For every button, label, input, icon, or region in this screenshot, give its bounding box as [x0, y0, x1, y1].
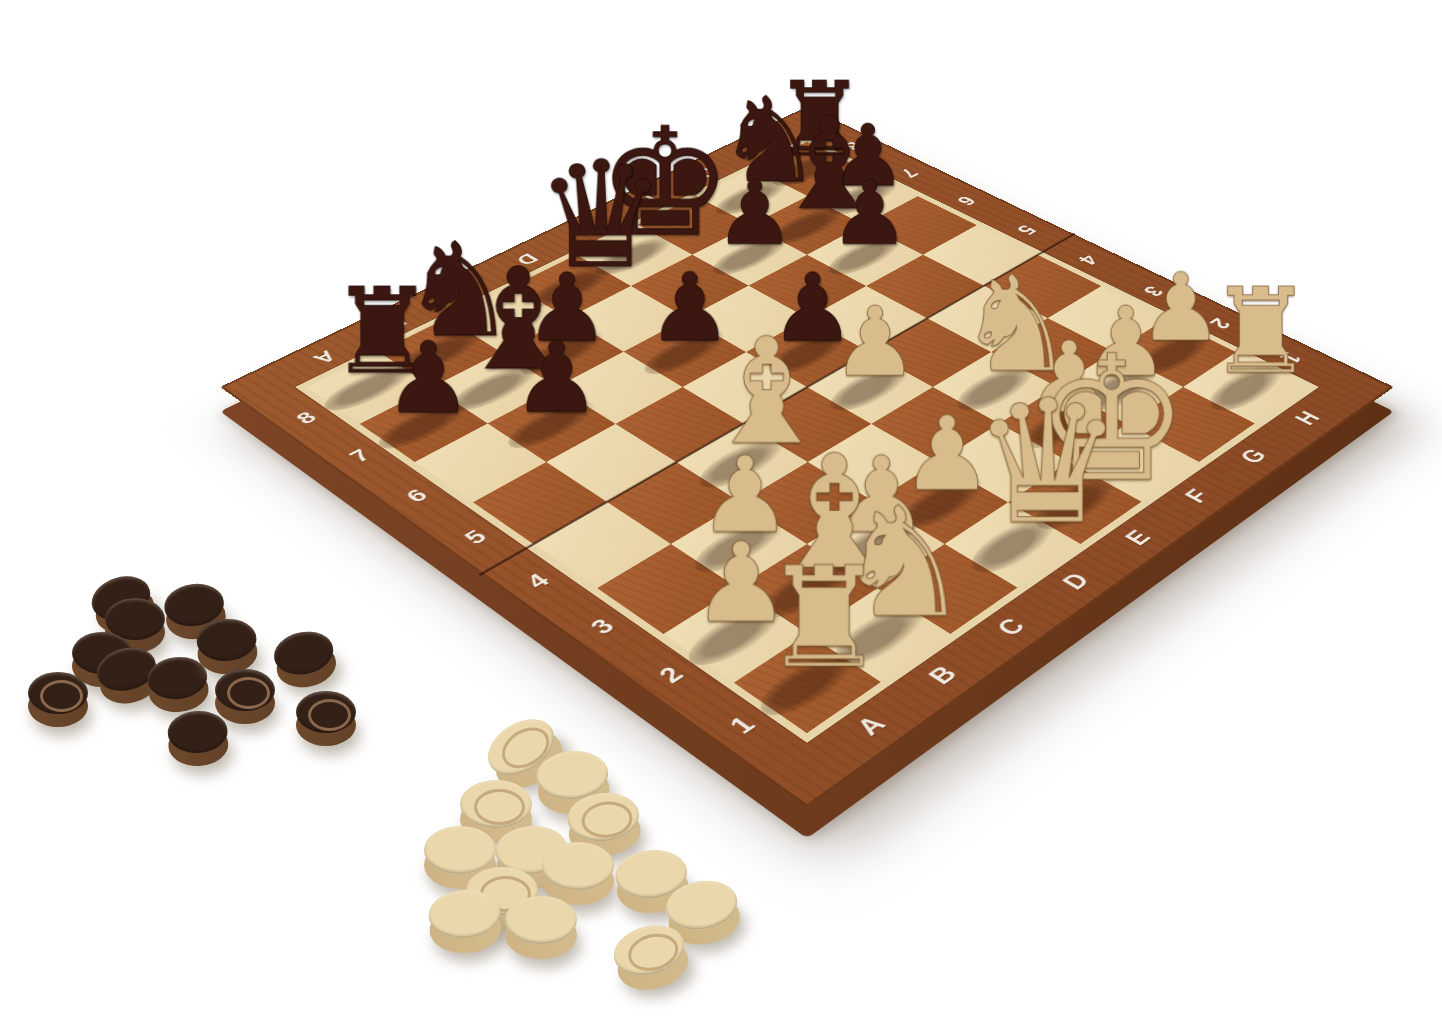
light-checker-10[interactable]	[427, 887, 503, 955]
dark-checker-12[interactable]	[167, 709, 230, 767]
checker-ring-groove	[308, 699, 351, 731]
chess-board: AABBCCDDEEFFGGHH1122334455667788 ♜♞♚♛♞♜♟…	[220, 107, 1394, 808]
piece-glyph: ♟	[511, 329, 601, 427]
dark-checker-11[interactable]	[296, 691, 356, 746]
light-checker-11[interactable]	[505, 896, 577, 959]
checker-top	[28, 672, 88, 714]
board-surface: AABBCCDDEEFFGGHH1122334455667788 ♜♞♚♛♞♜♟…	[220, 107, 1394, 808]
piece-glyph: ♜	[762, 548, 866, 687]
checker-ring-groove	[579, 799, 633, 840]
checker-ring-groove	[227, 677, 270, 709]
checker-top	[542, 842, 614, 890]
checker-top	[215, 669, 275, 711]
dark-checker-8[interactable]	[195, 616, 259, 675]
checker-top	[460, 780, 532, 828]
white-rook-h1[interactable]: ♜	[1218, 369, 1271, 405]
white-pawn-e4[interactable]: ♟	[839, 369, 900, 405]
checker-top	[296, 691, 356, 733]
chess-set-product-photo: { "game": "chess (wooden folding tournam…	[0, 0, 1442, 1024]
piece-glyph: ♟	[831, 294, 919, 390]
checker-top	[505, 896, 577, 944]
checker-ring-groove	[474, 789, 525, 825]
dark-checker-5[interactable]	[28, 672, 88, 727]
black-pawn-b6[interactable]: ♟	[516, 405, 585, 442]
white-rook-a1[interactable]: ♜	[770, 658, 843, 707]
piece-glyph: ♜	[1207, 272, 1295, 390]
piece-glyph: ♟	[383, 329, 473, 427]
white-queen-d1[interactable]: ♛	[980, 523, 1043, 566]
dark-checker-10[interactable]	[270, 626, 340, 692]
piece-glyph: ♛	[971, 377, 1067, 548]
checker-ring-groove	[40, 680, 83, 712]
black-pawn-a7[interactable]: ♟	[387, 405, 459, 442]
